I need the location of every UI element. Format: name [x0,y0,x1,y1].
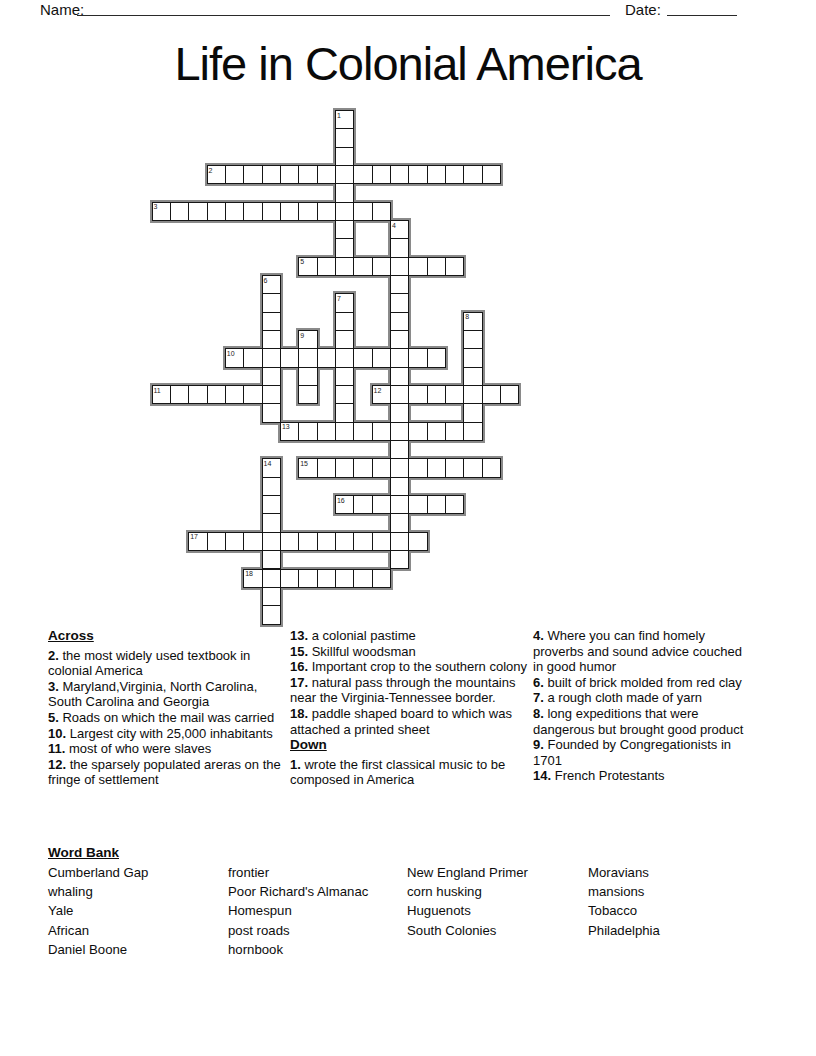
worksheet-page: Name: Date: Life in Colonial America 123… [0,0,816,1056]
clue-8: 8. long expeditions that were dangerous … [533,706,747,737]
crossword-grid: 123456789101112131415161718 [152,110,524,630]
grid-cell-r21c15[interactable] [427,495,446,514]
grid-cell-r22c13[interactable] [390,513,409,532]
grid-cell-r16c10[interactable] [335,403,354,422]
clue-9: 9. Founded by Congregationists in 1701 [533,737,747,768]
grid-cell-r3c12[interactable] [372,165,391,184]
clue-15: 15. Skillful woodsman [290,644,528,660]
word-bank-item: Tobacco [588,901,660,920]
word-bank-column-1: Cumberland GapwhalingYaleAfricanDaniel B… [48,863,148,959]
grid-cell-r23c7[interactable] [280,532,299,551]
grid-cell-r5c2[interactable] [188,202,207,221]
clue-number-17: 17 [190,533,198,540]
grid-cell-r13c8[interactable] [298,348,317,367]
grid-cell-r23c8[interactable] [298,532,317,551]
grid-cell-r15c18[interactable] [482,385,501,404]
grid-cell-r19c18[interactable] [482,458,501,477]
grid-cell-r14c6[interactable] [262,367,281,386]
grid-cell-r19c16[interactable] [445,458,464,477]
down-heading: Down [290,737,528,753]
clue-5: 5. Roads on which the mail was carried [48,710,292,726]
grid-cell-r17c9[interactable] [317,422,336,441]
grid-cell-r13c11[interactable] [353,348,372,367]
grid-cell-r21c16[interactable] [445,495,464,514]
grid-cell-r19c15[interactable] [427,458,446,477]
grid-cell-r19c14[interactable] [408,458,427,477]
grid-cell-r3c16[interactable] [445,165,464,184]
grid-cell-r17c10[interactable] [335,422,354,441]
word-bank-item: New England Primer [407,863,528,882]
grid-cell-r15c1[interactable] [170,385,189,404]
grid-cell-r21c11[interactable] [353,495,372,514]
grid-cell-r25c6[interactable] [262,569,281,588]
grid-cell-r11c10[interactable] [335,312,354,331]
word-bank-item: mansions [588,882,660,901]
grid-cell-r23c13[interactable] [390,532,409,551]
grid-cell-r23c6[interactable] [262,532,281,551]
grid-cell-r5c4[interactable] [225,202,244,221]
grid-cell-r7c13[interactable] [390,238,409,257]
grid-cell-r24c6[interactable] [262,550,281,569]
grid-cell-r3c18[interactable] [482,165,501,184]
grid-cell-r13c13[interactable] [390,348,409,367]
grid-cell-r15c3[interactable] [207,385,226,404]
clue-7: 7. a rough cloth made of yarn [533,690,747,706]
grid-cell-r5c7[interactable] [280,202,299,221]
clue-18: 18. paddle shaped board to which was att… [290,706,528,737]
grid-cell-r3c5[interactable] [243,165,262,184]
grid-cell-r6c10[interactable] [335,220,354,239]
grid-cell-r5c6[interactable] [262,202,281,221]
grid-cell-r15c13[interactable] [390,385,409,404]
clue-6: 6. built of brick molded from red clay [533,675,747,691]
word-bank-item: hornbook [228,940,368,959]
clue-number-2: 2 [209,167,213,174]
grid-cell-r16c6[interactable] [262,403,281,422]
grid-cell-r19c12[interactable] [372,458,391,477]
grid-cell-r13c12[interactable] [372,348,391,367]
word-bank-item: corn husking [407,882,528,901]
grid-cell-r13c17[interactable] [463,348,482,367]
grid-cell-r11c6[interactable] [262,312,281,331]
word-bank-item: Poor Richard's Almanac [228,882,368,901]
clue-10: 10. Largest city with 25,000 inhabitants [48,726,292,742]
clue-2: 2. the most widely used textbook in colo… [48,648,292,679]
word-bank-heading: Word Bank [48,845,119,860]
grid-cell-r23c14[interactable] [408,532,427,551]
word-bank-item: Huguenots [407,901,528,920]
grid-cell-r3c17[interactable] [463,165,482,184]
grid-cell-r3c10[interactable] [335,165,354,184]
clue-number-18: 18 [245,570,253,577]
grid-cell-r14c8[interactable] [298,367,317,386]
grid-cell-r17c17[interactable] [463,422,482,441]
name-input-line[interactable] [77,0,610,16]
grid-cell-r13c9[interactable] [317,348,336,367]
word-bank-item: Homespun [228,901,368,920]
grid-cell-r1c10[interactable] [335,128,354,147]
clue-number-5: 5 [300,258,304,265]
grid-cell-r16c17[interactable] [463,403,482,422]
grid-cell-r23c5[interactable] [243,532,262,551]
grid-cell-r15c19[interactable] [500,385,519,404]
grid-cell-r13c10[interactable] [335,348,354,367]
grid-cell-r15c16[interactable] [445,385,464,404]
clue-number-10: 10 [227,350,235,357]
clue-3: 3. Maryland,Virginia, North Carolina, So… [48,679,292,710]
grid-cell-r15c4[interactable] [225,385,244,404]
word-bank-column-3: New England Primercorn huskingHuguenotsS… [407,863,528,940]
grid-cell-r21c12[interactable] [372,495,391,514]
grid-cell-r23c4[interactable] [225,532,244,551]
grid-cell-r8c10[interactable] [335,257,354,276]
grid-cell-r3c13[interactable] [390,165,409,184]
grid-cell-r12c17[interactable] [463,330,482,349]
grid-cell-r4c10[interactable] [335,183,354,202]
grid-cell-r23c12[interactable] [372,532,391,551]
date-input-line[interactable] [667,0,737,16]
grid-cell-r3c8[interactable] [298,165,317,184]
grid-cell-r5c5[interactable] [243,202,262,221]
word-bank-column-2: frontierPoor Richard's AlmanacHomespunpo… [228,863,368,959]
word-bank-item: Daniel Boone [48,940,148,959]
grid-cell-r23c11[interactable] [353,532,372,551]
grid-cell-r25c12[interactable] [372,569,391,588]
grid-cell-r23c10[interactable] [335,532,354,551]
grid-cell-r17c16[interactable] [445,422,464,441]
grid-cell-r23c3[interactable] [207,532,226,551]
grid-cell-r19c17[interactable] [463,458,482,477]
clue-number-16: 16 [337,497,345,504]
clue-number-13: 13 [282,423,290,430]
clue-11: 11. most of who were slaves [48,741,292,757]
clue-number-12: 12 [374,387,382,394]
grid-cell-r17c14[interactable] [408,422,427,441]
word-bank-item: whaling [48,882,148,901]
grid-cell-r27c6[interactable] [262,605,281,624]
word-bank-item: African [48,921,148,940]
grid-cell-r9c13[interactable] [390,275,409,294]
clue-number-6: 6 [264,277,268,284]
word-bank-column-4: MoraviansmansionsTobaccoPhiladelphia [588,863,660,940]
grid-cell-r13c7[interactable] [280,348,299,367]
grid-cell-r15c14[interactable] [408,385,427,404]
grid-cell-r5c11[interactable] [353,202,372,221]
page-title: Life in Colonial America [0,36,816,91]
clue-number-14: 14 [264,460,272,467]
grid-cell-r5c12[interactable] [372,202,391,221]
grid-cell-r23c9[interactable] [317,532,336,551]
grid-cell-r19c11[interactable] [353,458,372,477]
grid-cell-r3c7[interactable] [280,165,299,184]
grid-cell-r15c2[interactable] [188,385,207,404]
grid-cell-r25c11[interactable] [353,569,372,588]
word-bank-item: Philadelphia [588,921,660,940]
grid-cell-r5c1[interactable] [170,202,189,221]
clue-13: 13. a colonial pastime [290,628,528,644]
grid-cell-r8c13[interactable] [390,257,409,276]
grid-cell-r12c6[interactable] [262,330,281,349]
grid-cell-r8c11[interactable] [353,257,372,276]
clue-column-3: 4. Where you can find homely proverbs an… [533,628,747,784]
grid-cell-r13c15[interactable] [427,348,446,367]
grid-cell-r10c13[interactable] [390,293,409,312]
grid-cell-r5c9[interactable] [317,202,336,221]
grid-cell-r25c7[interactable] [280,569,299,588]
grid-cell-r5c10[interactable] [335,202,354,221]
grid-cell-r8c15[interactable] [427,257,446,276]
clue-17: 17. natural pass through the mountains n… [290,675,528,706]
clue-number-15: 15 [300,460,308,467]
clue-14: 14. French Protestants [533,768,747,784]
clue-column-2: 13. a colonial pastime15. Skillful woods… [290,628,528,788]
grid-cell-r25c10[interactable] [335,569,354,588]
grid-cell-r3c15[interactable] [427,165,446,184]
grid-cell-r21c13[interactable] [390,495,409,514]
grid-cell-r25c9[interactable] [317,569,336,588]
clue-4: 4. Where you can find homely proverbs an… [533,628,747,675]
grid-cell-r11c13[interactable] [390,312,409,331]
grid-cell-r19c9[interactable] [317,458,336,477]
clue-12: 12. the sparsely populated areras on the… [48,757,292,788]
grid-cell-r17c11[interactable] [353,422,372,441]
word-bank-item: post roads [228,921,368,940]
word-bank-item: South Colonies [407,921,528,940]
clue-number-7: 7 [337,295,341,302]
clue-number-11: 11 [154,387,161,394]
grid-cell-r3c9[interactable] [317,165,336,184]
grid-cell-r5c3[interactable] [207,202,226,221]
grid-cell-r16c13[interactable] [390,403,409,422]
across-heading: Across [48,628,292,644]
clue-number-9: 9 [300,332,304,339]
grid-cell-r19c10[interactable] [335,458,354,477]
grid-cell-r13c5[interactable] [243,348,262,367]
word-bank-item: frontier [228,863,368,882]
grid-cell-r15c6[interactable] [262,385,281,404]
grid-cell-r5c8[interactable] [298,202,317,221]
grid-cell-r15c5[interactable] [243,385,262,404]
grid-cell-r15c10[interactable] [335,385,354,404]
clue-1: 1. wrote the first classical music to be… [290,757,528,788]
grid-cell-r26c6[interactable] [262,587,281,606]
grid-cell-r8c14[interactable] [408,257,427,276]
grid-cell-r12c13[interactable] [390,330,409,349]
grid-cell-r15c8[interactable] [298,385,317,404]
grid-cell-r20c6[interactable] [262,477,281,496]
grid-cell-r17c13[interactable] [390,422,409,441]
grid-cell-r14c17[interactable] [463,367,482,386]
grid-cell-r10c6[interactable] [262,293,281,312]
grid-cell-r25c8[interactable] [298,569,317,588]
grid-cell-r2c10[interactable] [335,147,354,166]
word-bank-item: Moravians [588,863,660,882]
grid-cell-r8c16[interactable] [445,257,464,276]
grid-cell-r17c12[interactable] [372,422,391,441]
grid-cell-r3c14[interactable] [408,165,427,184]
grid-cell-r8c9[interactable] [317,257,336,276]
grid-cell-r8c12[interactable] [372,257,391,276]
clue-number-8: 8 [465,313,469,320]
clue-number-1: 1 [337,112,341,119]
grid-cell-r12c10[interactable] [335,330,354,349]
grid-cell-r20c13[interactable] [390,477,409,496]
word-bank-item: Cumberland Gap [48,863,148,882]
word-bank-item: Yale [48,901,148,920]
grid-cell-r3c11[interactable] [353,165,372,184]
grid-cell-r15c17[interactable] [463,385,482,404]
grid-cell-r22c6[interactable] [262,513,281,532]
clue-column-1: Across2. the most widely used textbook i… [48,628,292,788]
grid-cell-r17c15[interactable] [427,422,446,441]
grid-cell-r3c4[interactable] [225,165,244,184]
clue-16: 16. Important crop to the southern colon… [290,659,528,675]
grid-cell-r21c14[interactable] [408,495,427,514]
grid-cell-r14c13[interactable] [390,367,409,386]
grid-cell-r21c6[interactable] [262,495,281,514]
grid-cell-r14c10[interactable] [335,367,354,386]
grid-cell-r13c6[interactable] [262,348,281,367]
grid-cell-r17c8[interactable] [298,422,317,441]
clue-number-3: 3 [154,203,158,210]
grid-cell-r7c10[interactable] [335,238,354,257]
grid-cell-r3c6[interactable] [262,165,281,184]
grid-cell-r24c13[interactable] [390,550,409,569]
grid-cell-r13c14[interactable] [408,348,427,367]
grid-cell-r18c13[interactable] [390,440,409,459]
grid-cell-r19c13[interactable] [390,458,409,477]
grid-cell-r15c15[interactable] [427,385,446,404]
date-label: Date: [625,1,661,18]
clue-number-4: 4 [392,222,396,229]
